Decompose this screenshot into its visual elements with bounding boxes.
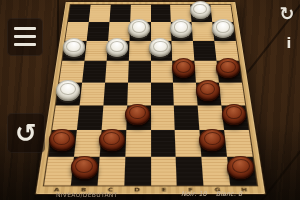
board-grid: [44, 5, 257, 186]
square-b6[interactable]: [84, 41, 108, 61]
square-f4[interactable]: [173, 82, 198, 105]
square-b5[interactable]: [82, 61, 106, 82]
square-a2[interactable]: [48, 130, 76, 157]
file-label-d: D: [124, 186, 151, 194]
square-b4[interactable]: [79, 82, 104, 105]
square-a7[interactable]: [65, 22, 88, 41]
square-b8[interactable]: [89, 5, 111, 23]
undo-button[interactable]: ↺: [7, 113, 45, 153]
square-e8[interactable]: [151, 5, 172, 23]
square-a6[interactable]: [62, 41, 86, 61]
square-e4[interactable]: [151, 82, 175, 105]
square-h5[interactable]: [217, 61, 242, 82]
square-b7[interactable]: [87, 22, 110, 41]
square-h6[interactable]: [214, 41, 238, 61]
square-d3[interactable]: [126, 105, 151, 130]
square-f2[interactable]: [175, 130, 202, 157]
square-d6[interactable]: [128, 41, 150, 61]
square-f6[interactable]: [172, 41, 195, 61]
square-g5[interactable]: [195, 61, 219, 82]
square-f3[interactable]: [174, 105, 199, 130]
white-score-text: Blanc: 8: [216, 190, 242, 198]
square-g8[interactable]: [190, 5, 212, 23]
square-g7[interactable]: [192, 22, 215, 41]
menu-button[interactable]: [7, 18, 43, 56]
square-a4[interactable]: [56, 82, 82, 105]
square-e1[interactable]: [151, 157, 178, 186]
square-a3[interactable]: [52, 105, 79, 130]
square-h7[interactable]: [212, 22, 235, 41]
square-f7[interactable]: [171, 22, 193, 41]
square-d8[interactable]: [130, 5, 151, 23]
square-h4[interactable]: [219, 82, 245, 105]
square-g2[interactable]: [200, 130, 228, 157]
square-h8[interactable]: [210, 5, 233, 23]
square-e3[interactable]: [151, 105, 176, 130]
file-label-e: E: [151, 186, 178, 194]
square-h1[interactable]: [227, 157, 257, 186]
redo-button[interactable]: ↻: [275, 1, 299, 25]
square-c2[interactable]: [99, 130, 126, 157]
info-icon: i: [287, 35, 292, 51]
square-c1[interactable]: [97, 157, 125, 186]
square-h3[interactable]: [222, 105, 249, 130]
square-f5[interactable]: [173, 61, 197, 82]
square-c8[interactable]: [109, 5, 130, 23]
square-c3[interactable]: [101, 105, 126, 130]
square-d5[interactable]: [128, 61, 151, 82]
undo-arrow-icon: ↺: [15, 120, 37, 146]
square-e2[interactable]: [151, 130, 177, 157]
square-f8[interactable]: [170, 5, 191, 23]
square-c6[interactable]: [106, 41, 129, 61]
square-e7[interactable]: [151, 22, 172, 41]
square-b3[interactable]: [77, 105, 103, 130]
info-button[interactable]: i: [280, 32, 298, 54]
square-f1[interactable]: [176, 157, 204, 186]
square-d4[interactable]: [127, 82, 151, 105]
square-c4[interactable]: [103, 82, 128, 105]
square-d2[interactable]: [125, 130, 151, 157]
black-score-text: Noir: 10: [181, 190, 207, 198]
square-c5[interactable]: [105, 61, 129, 82]
square-g1[interactable]: [202, 157, 231, 186]
square-g3[interactable]: [198, 105, 224, 130]
square-g6[interactable]: [193, 41, 217, 61]
square-a1[interactable]: [44, 157, 74, 186]
square-a5[interactable]: [59, 61, 84, 82]
checkers-board: ABCDEFGH: [34, 1, 266, 194]
square-b2[interactable]: [74, 130, 102, 157]
redo-arrow-icon: ↻: [279, 3, 294, 24]
level-status-text: NIVEAU/DEBUTANT: [56, 191, 118, 198]
square-b1[interactable]: [71, 157, 100, 186]
square-e6[interactable]: [151, 41, 173, 61]
square-a8[interactable]: [68, 5, 91, 23]
square-d1[interactable]: [124, 157, 151, 186]
score-status: Noir: 10Blanc: 8: [181, 190, 242, 198]
square-g4[interactable]: [196, 82, 221, 105]
square-e5[interactable]: [151, 61, 174, 82]
square-d7[interactable]: [129, 22, 150, 41]
square-c7[interactable]: [108, 22, 130, 41]
square-h2[interactable]: [224, 130, 252, 157]
